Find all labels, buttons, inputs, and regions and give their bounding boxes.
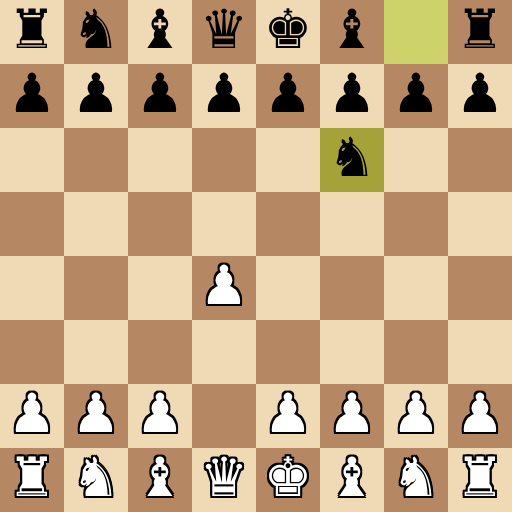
- square-e6[interactable]: [256, 128, 320, 192]
- piece-white-pawn[interactable]: ♟: [456, 382, 504, 446]
- piece-black-pawn[interactable]: ♟: [72, 62, 120, 126]
- square-a4[interactable]: [0, 256, 64, 320]
- piece-black-pawn[interactable]: ♟: [136, 62, 184, 126]
- square-d8[interactable]: ♛: [192, 0, 256, 64]
- square-a8[interactable]: ♜: [0, 0, 64, 64]
- square-b2[interactable]: ♟: [64, 384, 128, 448]
- piece-black-pawn[interactable]: ♟: [8, 62, 56, 126]
- square-e3[interactable]: [256, 320, 320, 384]
- square-g1[interactable]: ♞: [384, 448, 448, 512]
- square-g8[interactable]: [384, 0, 448, 64]
- square-c6[interactable]: [128, 128, 192, 192]
- square-c7[interactable]: ♟: [128, 64, 192, 128]
- square-h3[interactable]: [448, 320, 512, 384]
- square-h8[interactable]: ♜: [448, 0, 512, 64]
- square-e4[interactable]: [256, 256, 320, 320]
- square-f1[interactable]: ♝: [320, 448, 384, 512]
- square-d6[interactable]: [192, 128, 256, 192]
- square-e5[interactable]: [256, 192, 320, 256]
- square-g2[interactable]: ♟: [384, 384, 448, 448]
- piece-black-rook[interactable]: ♜: [456, 0, 504, 62]
- piece-white-pawn[interactable]: ♟: [328, 382, 376, 446]
- piece-white-bishop[interactable]: ♝: [328, 446, 376, 510]
- piece-black-pawn[interactable]: ♟: [264, 62, 312, 126]
- square-f2[interactable]: ♟: [320, 384, 384, 448]
- square-b3[interactable]: [64, 320, 128, 384]
- square-h7[interactable]: ♟: [448, 64, 512, 128]
- piece-white-pawn[interactable]: ♟: [200, 254, 248, 318]
- piece-black-pawn[interactable]: ♟: [328, 62, 376, 126]
- square-c8[interactable]: ♝: [128, 0, 192, 64]
- square-d7[interactable]: ♟: [192, 64, 256, 128]
- piece-black-pawn[interactable]: ♟: [456, 62, 504, 126]
- square-c3[interactable]: [128, 320, 192, 384]
- piece-black-pawn[interactable]: ♟: [200, 62, 248, 126]
- square-b1[interactable]: ♞: [64, 448, 128, 512]
- piece-black-queen[interactable]: ♛: [200, 0, 248, 62]
- square-b4[interactable]: [64, 256, 128, 320]
- piece-white-pawn[interactable]: ♟: [72, 382, 120, 446]
- piece-white-knight[interactable]: ♞: [72, 446, 120, 510]
- piece-white-pawn[interactable]: ♟: [136, 382, 184, 446]
- square-e8[interactable]: ♚: [256, 0, 320, 64]
- square-h5[interactable]: [448, 192, 512, 256]
- piece-white-king[interactable]: ♚: [264, 446, 312, 510]
- square-e7[interactable]: ♟: [256, 64, 320, 128]
- square-c1[interactable]: ♝: [128, 448, 192, 512]
- square-h1[interactable]: ♜: [448, 448, 512, 512]
- square-f8[interactable]: ♝: [320, 0, 384, 64]
- square-f3[interactable]: [320, 320, 384, 384]
- piece-black-bishop[interactable]: ♝: [136, 0, 184, 62]
- square-c4[interactable]: [128, 256, 192, 320]
- piece-black-bishop[interactable]: ♝: [328, 0, 376, 62]
- square-h2[interactable]: ♟: [448, 384, 512, 448]
- square-g6[interactable]: [384, 128, 448, 192]
- square-d3[interactable]: [192, 320, 256, 384]
- square-a7[interactable]: ♟: [0, 64, 64, 128]
- square-f5[interactable]: [320, 192, 384, 256]
- square-f7[interactable]: ♟: [320, 64, 384, 128]
- piece-white-bishop[interactable]: ♝: [136, 446, 184, 510]
- square-b6[interactable]: [64, 128, 128, 192]
- square-a1[interactable]: ♜: [0, 448, 64, 512]
- square-a5[interactable]: [0, 192, 64, 256]
- square-g5[interactable]: [384, 192, 448, 256]
- square-e2[interactable]: ♟: [256, 384, 320, 448]
- piece-white-pawn[interactable]: ♟: [264, 382, 312, 446]
- square-b8[interactable]: ♞: [64, 0, 128, 64]
- square-g3[interactable]: [384, 320, 448, 384]
- piece-white-queen[interactable]: ♛: [200, 446, 248, 510]
- chess-board: ♜♞♝♛♚♝♜♟♟♟♟♟♟♟♟♞♟♟♟♟♟♟♟♟♜♞♝♛♚♝♞♜: [0, 0, 512, 512]
- piece-black-king[interactable]: ♚: [264, 0, 312, 62]
- piece-black-knight[interactable]: ♞: [328, 126, 376, 190]
- square-f6[interactable]: ♞: [320, 128, 384, 192]
- piece-white-rook[interactable]: ♜: [8, 446, 56, 510]
- square-a2[interactable]: ♟: [0, 384, 64, 448]
- piece-black-knight[interactable]: ♞: [72, 0, 120, 62]
- square-b7[interactable]: ♟: [64, 64, 128, 128]
- square-g4[interactable]: [384, 256, 448, 320]
- square-f4[interactable]: [320, 256, 384, 320]
- square-d1[interactable]: ♛: [192, 448, 256, 512]
- piece-white-pawn[interactable]: ♟: [392, 382, 440, 446]
- piece-white-pawn[interactable]: ♟: [8, 382, 56, 446]
- square-h6[interactable]: [448, 128, 512, 192]
- square-c2[interactable]: ♟: [128, 384, 192, 448]
- piece-white-rook[interactable]: ♜: [456, 446, 504, 510]
- square-d2[interactable]: [192, 384, 256, 448]
- piece-black-rook[interactable]: ♜: [8, 0, 56, 62]
- piece-white-knight[interactable]: ♞: [392, 446, 440, 510]
- square-a3[interactable]: [0, 320, 64, 384]
- square-a6[interactable]: [0, 128, 64, 192]
- square-d4[interactable]: ♟: [192, 256, 256, 320]
- square-h4[interactable]: [448, 256, 512, 320]
- square-b5[interactable]: [64, 192, 128, 256]
- square-d5[interactable]: [192, 192, 256, 256]
- square-e1[interactable]: ♚: [256, 448, 320, 512]
- square-c5[interactable]: [128, 192, 192, 256]
- piece-black-pawn[interactable]: ♟: [392, 62, 440, 126]
- square-g7[interactable]: ♟: [384, 64, 448, 128]
